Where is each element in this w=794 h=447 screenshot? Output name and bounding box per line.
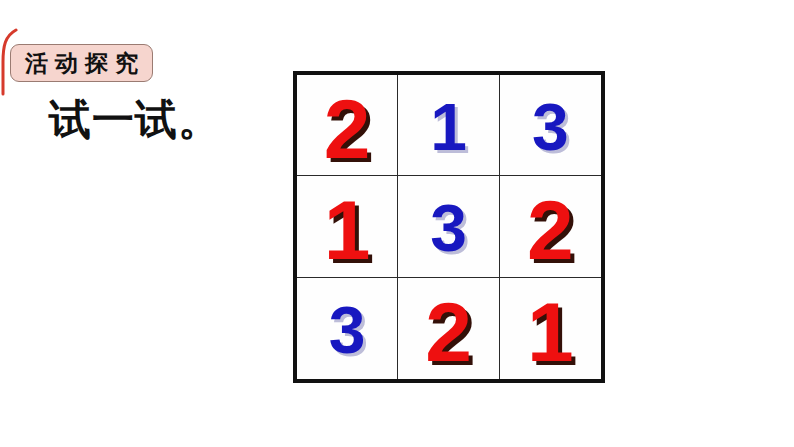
cell-number: 2 — [527, 188, 574, 272]
cell-number: 3 — [430, 195, 467, 261]
slide: 活动探究 试一试。 2 1 3 1 3 2 3 2 1 — [0, 0, 794, 447]
cell-number: 3 — [532, 94, 569, 160]
grid-cell-r3c3: 1 — [500, 278, 601, 379]
prompt-text: 试一试。 — [49, 92, 221, 148]
cell-number: 3 — [329, 297, 366, 363]
cell-number: 1 — [527, 290, 574, 374]
cell-number: 1 — [430, 94, 467, 160]
grid-cell-r2c1: 1 — [297, 176, 398, 277]
cell-number: 2 — [425, 290, 472, 374]
grid-cell-r2c2: 3 — [398, 176, 499, 277]
cell-number: 1 — [324, 188, 371, 272]
grid-cell-r1c2: 1 — [398, 75, 499, 176]
cell-number: 2 — [324, 87, 371, 171]
section-badge-label: 活动探究 — [25, 48, 145, 79]
section-badge: 活动探究 — [10, 44, 153, 82]
grid-cell-r3c1: 3 — [297, 278, 398, 379]
grid-cell-r2c3: 2 — [500, 176, 601, 277]
puzzle-grid: 2 1 3 1 3 2 3 2 1 — [293, 71, 605, 383]
grid-cell-r3c2: 2 — [398, 278, 499, 379]
grid-cell-r1c1: 2 — [297, 75, 398, 176]
grid-cell-r1c3: 3 — [500, 75, 601, 176]
